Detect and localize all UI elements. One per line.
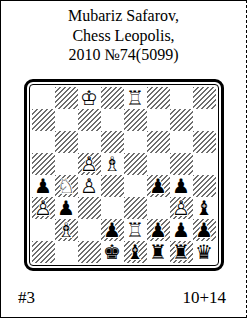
square-d5: ♝♗ bbox=[101, 153, 124, 175]
square-e6 bbox=[124, 131, 147, 153]
white-king-glyph: ♔ bbox=[80, 88, 98, 108]
black-pawn-glyph: ♟ bbox=[57, 198, 75, 218]
black-pawn-glyph: ♟ bbox=[149, 176, 167, 196]
square-h1: ♛♛ bbox=[193, 241, 216, 263]
square-e5 bbox=[124, 153, 147, 175]
white-bishop-glyph: ♗ bbox=[103, 154, 121, 174]
source-line: Chess Leopolis, bbox=[1, 26, 246, 46]
white-king: ♚♔ bbox=[78, 87, 101, 109]
square-a8 bbox=[32, 87, 55, 109]
square-f6 bbox=[147, 131, 170, 153]
square-a7 bbox=[32, 109, 55, 131]
square-b5 bbox=[55, 153, 78, 175]
white-bishop: ♝♗ bbox=[55, 219, 78, 241]
white-bishop: ♝♗ bbox=[101, 153, 124, 175]
square-c8: ♚♔ bbox=[78, 87, 101, 109]
white-pawn: ♟♙ bbox=[78, 175, 101, 197]
stipulation-label: #3 bbox=[18, 288, 35, 308]
square-c3 bbox=[78, 197, 101, 219]
white-knight: ♞♘ bbox=[55, 175, 78, 197]
black-pawn: ♟♟ bbox=[55, 197, 78, 219]
square-h6 bbox=[193, 131, 216, 153]
square-d6 bbox=[101, 131, 124, 153]
square-f3 bbox=[147, 197, 170, 219]
square-b2: ♝♗ bbox=[55, 219, 78, 241]
problem-header: Mubariz Safarov, Chess Leopolis, 2010 №7… bbox=[1, 1, 246, 65]
caption-row: #3 10+14 bbox=[18, 288, 226, 308]
black-queen: ♛♛ bbox=[193, 241, 216, 263]
black-pawn-glyph: ♟ bbox=[195, 220, 213, 240]
year-number-line: 2010 №74(5099) bbox=[1, 45, 246, 65]
square-a4: ♟♟ bbox=[32, 175, 55, 197]
square-c7 bbox=[78, 109, 101, 131]
white-pawn-glyph: ♙ bbox=[80, 176, 98, 196]
square-a1 bbox=[32, 241, 55, 263]
square-c1 bbox=[78, 241, 101, 263]
black-pawn-glyph: ♟ bbox=[34, 176, 52, 196]
square-h2: ♟♟ bbox=[193, 219, 216, 241]
black-bishop-glyph: ♝ bbox=[195, 198, 213, 218]
white-bishop-glyph: ♗ bbox=[57, 220, 75, 240]
white-rook: ♜♖ bbox=[124, 219, 147, 241]
board-frame: ♚♔♜♖♟♙♝♗♟♟♞♘♟♙♟♟♟♟♟♙♟♟♟♙♝♝♝♗♟♟♜♖♟♟♟♟♟♟♚♚… bbox=[24, 79, 224, 271]
black-pawn: ♟♟ bbox=[170, 219, 193, 241]
black-king: ♚♚ bbox=[101, 241, 124, 263]
black-rook-glyph: ♜ bbox=[172, 242, 190, 262]
square-g1: ♜♜ bbox=[170, 241, 193, 263]
square-g5 bbox=[170, 153, 193, 175]
square-f7 bbox=[147, 109, 170, 131]
square-c4: ♟♙ bbox=[78, 175, 101, 197]
black-rook: ♜♜ bbox=[170, 241, 193, 263]
square-b1 bbox=[55, 241, 78, 263]
white-pawn: ♟♙ bbox=[170, 197, 193, 219]
white-pawn: ♟♙ bbox=[32, 197, 55, 219]
black-rook-glyph: ♜ bbox=[149, 242, 167, 262]
black-pawn-glyph: ♟ bbox=[149, 220, 167, 240]
white-rook-glyph: ♖ bbox=[126, 88, 144, 108]
black-pawn: ♟♟ bbox=[32, 175, 55, 197]
square-a3: ♟♙ bbox=[32, 197, 55, 219]
black-pawn-glyph: ♟ bbox=[172, 176, 190, 196]
square-e8: ♜♖ bbox=[124, 87, 147, 109]
square-g2: ♟♟ bbox=[170, 219, 193, 241]
square-a6 bbox=[32, 131, 55, 153]
square-g4: ♟♟ bbox=[170, 175, 193, 197]
white-knight-glyph: ♘ bbox=[57, 176, 75, 196]
square-a5 bbox=[32, 153, 55, 175]
square-e3 bbox=[124, 197, 147, 219]
black-pawn: ♟♟ bbox=[193, 219, 216, 241]
black-pawn: ♟♟ bbox=[147, 175, 170, 197]
square-d4 bbox=[101, 175, 124, 197]
square-e1: ♝♝ bbox=[124, 241, 147, 263]
square-b3: ♟♟ bbox=[55, 197, 78, 219]
square-g7 bbox=[170, 109, 193, 131]
square-d2: ♟♟ bbox=[101, 219, 124, 241]
white-pawn-glyph: ♙ bbox=[172, 198, 190, 218]
white-rook: ♜♖ bbox=[124, 87, 147, 109]
square-b4: ♞♘ bbox=[55, 175, 78, 197]
square-b7 bbox=[55, 109, 78, 131]
square-e4 bbox=[124, 175, 147, 197]
white-rook-glyph: ♖ bbox=[126, 220, 144, 240]
board-inner-frame: ♚♔♜♖♟♙♝♗♟♟♞♘♟♙♟♟♟♟♟♙♟♟♟♙♝♝♝♗♟♟♜♖♟♟♟♟♟♟♚♚… bbox=[29, 84, 219, 266]
square-d1: ♚♚ bbox=[101, 241, 124, 263]
square-c6 bbox=[78, 131, 101, 153]
board: ♚♔♜♖♟♙♝♗♟♟♞♘♟♙♟♟♟♟♟♙♟♟♟♙♝♝♝♗♟♟♜♖♟♟♟♟♟♟♚♚… bbox=[32, 87, 216, 263]
square-e2: ♜♖ bbox=[124, 219, 147, 241]
square-f4: ♟♟ bbox=[147, 175, 170, 197]
black-king-glyph: ♚ bbox=[103, 242, 121, 262]
square-g3: ♟♙ bbox=[170, 197, 193, 219]
square-c2 bbox=[78, 219, 101, 241]
author-line: Mubariz Safarov, bbox=[1, 6, 246, 26]
white-pawn-glyph: ♙ bbox=[34, 198, 52, 218]
square-g8 bbox=[170, 87, 193, 109]
square-g6 bbox=[170, 131, 193, 153]
square-h3: ♝♝ bbox=[193, 197, 216, 219]
square-f5 bbox=[147, 153, 170, 175]
square-h7 bbox=[193, 109, 216, 131]
black-bishop: ♝♝ bbox=[124, 241, 147, 263]
square-f2: ♟♟ bbox=[147, 219, 170, 241]
square-f1: ♜♜ bbox=[147, 241, 170, 263]
black-queen-glyph: ♛ bbox=[195, 242, 213, 262]
black-pawn: ♟♟ bbox=[170, 175, 193, 197]
black-pawn: ♟♟ bbox=[147, 219, 170, 241]
square-d8 bbox=[101, 87, 124, 109]
square-b6 bbox=[55, 131, 78, 153]
black-pawn: ♟♟ bbox=[101, 219, 124, 241]
problem-card: Mubariz Safarov, Chess Leopolis, 2010 №7… bbox=[0, 0, 247, 318]
square-d3 bbox=[101, 197, 124, 219]
white-pawn-glyph: ♙ bbox=[80, 154, 98, 174]
square-f8 bbox=[147, 87, 170, 109]
square-h4 bbox=[193, 175, 216, 197]
square-e7 bbox=[124, 109, 147, 131]
material-count-label: 10+14 bbox=[182, 288, 226, 308]
white-pawn: ♟♙ bbox=[78, 153, 101, 175]
black-pawn-glyph: ♟ bbox=[103, 220, 121, 240]
square-h8 bbox=[193, 87, 216, 109]
black-bishop-glyph: ♝ bbox=[126, 242, 144, 262]
black-rook: ♜♜ bbox=[147, 241, 170, 263]
square-h5 bbox=[193, 153, 216, 175]
square-b8 bbox=[55, 87, 78, 109]
square-a2 bbox=[32, 219, 55, 241]
black-bishop: ♝♝ bbox=[193, 197, 216, 219]
square-c5: ♟♙ bbox=[78, 153, 101, 175]
square-d7 bbox=[101, 109, 124, 131]
black-pawn-glyph: ♟ bbox=[172, 220, 190, 240]
